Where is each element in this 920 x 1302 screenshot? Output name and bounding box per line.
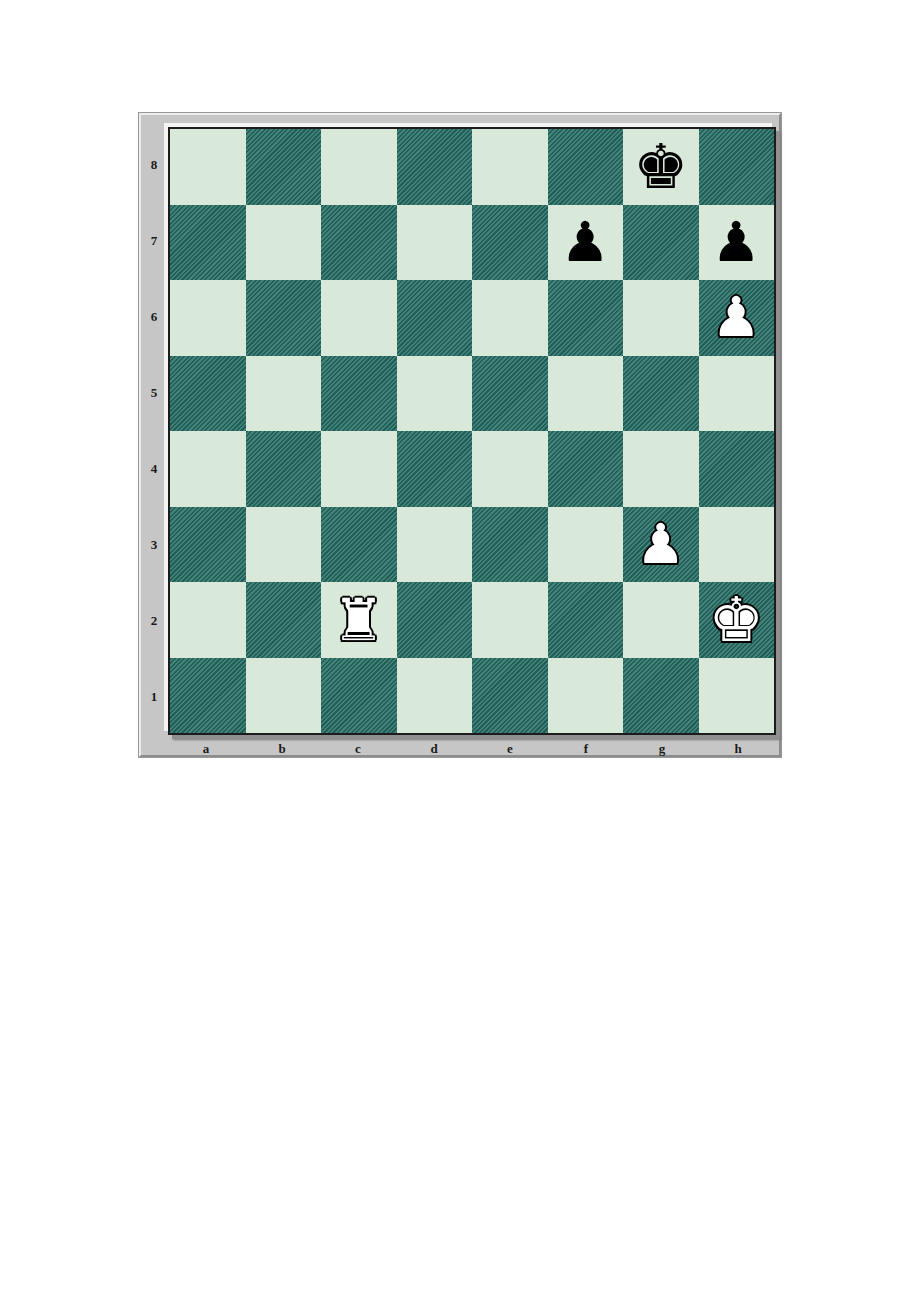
piece-white-rook[interactable]: ♜ — [333, 591, 385, 649]
square-a6[interactable] — [170, 280, 246, 356]
square-c7[interactable] — [321, 205, 397, 281]
square-g5[interactable] — [623, 356, 699, 432]
square-c5[interactable] — [321, 356, 397, 432]
chess-board: ♚♟♟♟♟♜♚ — [168, 127, 776, 735]
square-e3[interactable] — [472, 507, 548, 583]
square-h1[interactable] — [699, 658, 775, 734]
square-h5[interactable] — [699, 356, 775, 432]
square-g1[interactable] — [623, 658, 699, 734]
square-d3[interactable] — [397, 507, 473, 583]
rank-labels: 87654321 — [141, 127, 167, 735]
piece-black-pawn[interactable]: ♟ — [561, 215, 610, 270]
square-d1[interactable] — [397, 658, 473, 734]
file-label-a: a — [168, 738, 244, 760]
rank-label-7: 7 — [141, 203, 167, 279]
rank-label-4: 4 — [141, 431, 167, 507]
piece-black-pawn[interactable]: ♟ — [712, 215, 761, 270]
rank-label-6: 6 — [141, 279, 167, 355]
square-h4[interactable] — [699, 431, 775, 507]
rank-label-2: 2 — [141, 583, 167, 659]
square-b1[interactable] — [246, 658, 322, 734]
rank-label-8: 8 — [141, 127, 167, 203]
square-h2[interactable]: ♚ — [699, 582, 775, 658]
square-h6[interactable]: ♟ — [699, 280, 775, 356]
square-h8[interactable] — [699, 129, 775, 205]
square-b3[interactable] — [246, 507, 322, 583]
rank-label-5: 5 — [141, 355, 167, 431]
square-d5[interactable] — [397, 356, 473, 432]
file-label-f: f — [548, 738, 624, 760]
square-b4[interactable] — [246, 431, 322, 507]
square-a5[interactable] — [170, 356, 246, 432]
square-g2[interactable] — [623, 582, 699, 658]
square-e5[interactable] — [472, 356, 548, 432]
square-f2[interactable] — [548, 582, 624, 658]
square-d6[interactable] — [397, 280, 473, 356]
file-label-g: g — [624, 738, 700, 760]
square-a2[interactable] — [170, 582, 246, 658]
square-c1[interactable] — [321, 658, 397, 734]
file-labels: abcdefgh — [168, 738, 776, 760]
square-c2[interactable]: ♜ — [321, 582, 397, 658]
file-label-c: c — [320, 738, 396, 760]
square-e2[interactable] — [472, 582, 548, 658]
piece-white-pawn[interactable]: ♟ — [712, 290, 761, 345]
square-e1[interactable] — [472, 658, 548, 734]
square-b7[interactable] — [246, 205, 322, 281]
square-a3[interactable] — [170, 507, 246, 583]
square-f7[interactable]: ♟ — [548, 205, 624, 281]
square-g8[interactable]: ♚ — [623, 129, 699, 205]
square-f6[interactable] — [548, 280, 624, 356]
piece-black-king[interactable]: ♚ — [633, 136, 689, 198]
square-a7[interactable] — [170, 205, 246, 281]
piece-white-king[interactable]: ♚ — [708, 589, 764, 651]
square-b8[interactable] — [246, 129, 322, 205]
square-c6[interactable] — [321, 280, 397, 356]
square-a4[interactable] — [170, 431, 246, 507]
square-g4[interactable] — [623, 431, 699, 507]
square-b5[interactable] — [246, 356, 322, 432]
square-f4[interactable] — [548, 431, 624, 507]
square-c3[interactable] — [321, 507, 397, 583]
chess-board-frame: 87654321 ♚♟♟♟♟♜♚ abcdefgh — [139, 113, 781, 757]
square-g6[interactable] — [623, 280, 699, 356]
square-e8[interactable] — [472, 129, 548, 205]
file-label-d: d — [396, 738, 472, 760]
file-label-h: h — [700, 738, 776, 760]
square-d7[interactable] — [397, 205, 473, 281]
square-d2[interactable] — [397, 582, 473, 658]
square-h3[interactable] — [699, 507, 775, 583]
square-a8[interactable] — [170, 129, 246, 205]
square-f3[interactable] — [548, 507, 624, 583]
page: 87654321 ♚♟♟♟♟♜♚ abcdefgh — [0, 0, 920, 1302]
square-g7[interactable] — [623, 205, 699, 281]
file-label-e: e — [472, 738, 548, 760]
square-h7[interactable]: ♟ — [699, 205, 775, 281]
file-label-b: b — [244, 738, 320, 760]
square-d8[interactable] — [397, 129, 473, 205]
rank-label-1: 1 — [141, 659, 167, 735]
rank-label-3: 3 — [141, 507, 167, 583]
square-g3[interactable]: ♟ — [623, 507, 699, 583]
square-f1[interactable] — [548, 658, 624, 734]
piece-white-pawn[interactable]: ♟ — [636, 517, 685, 572]
square-f5[interactable] — [548, 356, 624, 432]
square-c8[interactable] — [321, 129, 397, 205]
square-b2[interactable] — [246, 582, 322, 658]
square-c4[interactable] — [321, 431, 397, 507]
square-e6[interactable] — [472, 280, 548, 356]
square-f8[interactable] — [548, 129, 624, 205]
square-b6[interactable] — [246, 280, 322, 356]
square-e7[interactable] — [472, 205, 548, 281]
square-e4[interactable] — [472, 431, 548, 507]
square-a1[interactable] — [170, 658, 246, 734]
square-d4[interactable] — [397, 431, 473, 507]
